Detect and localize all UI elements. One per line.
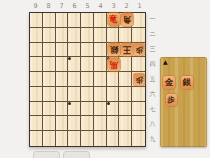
square-71[interactable] xyxy=(56,13,69,28)
square-82[interactable] xyxy=(43,28,56,43)
square-36[interactable] xyxy=(107,87,120,102)
square-41[interactable] xyxy=(94,13,107,28)
file-label-7: 7 xyxy=(55,2,68,11)
square-28[interactable] xyxy=(119,116,132,131)
square-22[interactable] xyxy=(119,28,132,43)
square-84[interactable] xyxy=(43,57,56,72)
piece-gote-34[interactable]: 馬 xyxy=(108,58,120,71)
square-64[interactable] xyxy=(68,57,81,72)
square-48[interactable] xyxy=(94,116,107,131)
square-78[interactable] xyxy=(56,116,69,131)
square-51[interactable] xyxy=(81,13,94,28)
square-89[interactable] xyxy=(43,131,56,146)
piece-sente-31[interactable]: 竜 xyxy=(108,13,120,26)
komadai-sente: ▲ 金銀歩 xyxy=(160,57,207,147)
piece-gote-21[interactable]: 角 xyxy=(121,13,133,26)
square-97[interactable] xyxy=(30,102,43,117)
square-79[interactable] xyxy=(56,131,69,146)
square-24[interactable] xyxy=(119,57,132,72)
square-42[interactable] xyxy=(94,28,107,43)
square-72[interactable] xyxy=(56,28,69,43)
square-43[interactable] xyxy=(94,43,107,58)
square-45[interactable] xyxy=(94,72,107,87)
square-77[interactable] xyxy=(56,102,69,117)
square-56[interactable] xyxy=(81,87,94,102)
star-point xyxy=(107,102,110,105)
file-label-9: 9 xyxy=(29,2,42,11)
bottom-tab-right[interactable] xyxy=(63,151,90,158)
square-69[interactable] xyxy=(68,131,81,146)
square-93[interactable] xyxy=(30,43,43,58)
square-49[interactable] xyxy=(94,131,107,146)
square-52[interactable] xyxy=(81,28,94,43)
square-92[interactable] xyxy=(30,28,43,43)
square-26[interactable] xyxy=(119,87,132,102)
square-25[interactable] xyxy=(119,72,132,87)
file-label-4: 4 xyxy=(94,2,107,11)
square-98[interactable] xyxy=(30,116,43,131)
piece-gote-13[interactable]: 歩 xyxy=(134,44,145,56)
square-16[interactable] xyxy=(132,87,145,102)
hand-piece-歩[interactable]: 歩 xyxy=(166,94,177,106)
square-65[interactable] xyxy=(68,72,81,87)
file-label-2: 2 xyxy=(120,2,133,11)
board-grid xyxy=(30,13,145,146)
square-47[interactable] xyxy=(94,102,107,117)
square-75[interactable] xyxy=(56,72,69,87)
square-85[interactable] xyxy=(43,72,56,87)
square-44[interactable] xyxy=(94,57,107,72)
shogi-board: 竜角銀王歩馬歩 xyxy=(29,12,146,147)
square-88[interactable] xyxy=(43,116,56,131)
file-label-3: 3 xyxy=(107,2,120,11)
square-99[interactable] xyxy=(30,131,43,146)
rank-label-6: 六 xyxy=(148,87,157,102)
square-94[interactable] xyxy=(30,57,43,72)
square-74[interactable] xyxy=(56,57,69,72)
square-86[interactable] xyxy=(43,87,56,102)
piece-gote-23[interactable]: 王 xyxy=(121,43,133,56)
rank-label-7: 七 xyxy=(148,102,157,117)
rank-label-5: 五 xyxy=(148,72,157,87)
square-61[interactable] xyxy=(68,13,81,28)
square-38[interactable] xyxy=(107,116,120,131)
square-63[interactable] xyxy=(68,43,81,58)
square-39[interactable] xyxy=(107,131,120,146)
square-73[interactable] xyxy=(56,43,69,58)
square-53[interactable] xyxy=(81,43,94,58)
square-18[interactable] xyxy=(132,116,145,131)
square-95[interactable] xyxy=(30,72,43,87)
rank-label-3: 三 xyxy=(148,42,157,57)
sente-marker-icon: ▲ xyxy=(163,58,168,65)
rank-label-1: 一 xyxy=(148,12,157,27)
square-58[interactable] xyxy=(81,116,94,131)
square-32[interactable] xyxy=(107,28,120,43)
bottom-tab-left[interactable] xyxy=(33,151,60,158)
square-29[interactable] xyxy=(119,131,132,146)
rank-label-4: 四 xyxy=(148,57,157,72)
square-87[interactable] xyxy=(43,102,56,117)
square-96[interactable] xyxy=(30,87,43,102)
square-91[interactable] xyxy=(30,13,43,28)
hand-piece-銀[interactable]: 銀 xyxy=(181,76,193,89)
square-76[interactable] xyxy=(56,87,69,102)
square-12[interactable] xyxy=(132,28,145,43)
file-label-8: 8 xyxy=(42,2,55,11)
square-57[interactable] xyxy=(81,102,94,117)
square-17[interactable] xyxy=(132,102,145,117)
square-14[interactable] xyxy=(132,57,145,72)
piece-gote-33[interactable]: 銀 xyxy=(108,43,120,56)
square-55[interactable] xyxy=(81,72,94,87)
rank-label-8: 八 xyxy=(148,117,157,132)
rank-label-9: 九 xyxy=(148,132,157,147)
file-coordinates: 987654321 xyxy=(29,2,146,11)
square-68[interactable] xyxy=(68,116,81,131)
square-62[interactable] xyxy=(68,28,81,43)
star-point xyxy=(68,102,71,105)
square-66[interactable] xyxy=(68,87,81,102)
file-label-1: 1 xyxy=(133,2,146,11)
square-11[interactable] xyxy=(132,13,145,28)
square-54[interactable] xyxy=(81,57,94,72)
square-46[interactable] xyxy=(94,87,107,102)
square-19[interactable] xyxy=(132,131,145,146)
rank-label-2: 二 xyxy=(148,27,157,42)
square-81[interactable] xyxy=(43,13,56,28)
hand-piece-金[interactable]: 金 xyxy=(163,76,175,89)
square-83[interactable] xyxy=(43,43,56,58)
rank-coordinates: 一二三四五六七八九 xyxy=(148,12,157,147)
square-59[interactable] xyxy=(81,131,94,146)
file-label-6: 6 xyxy=(68,2,81,11)
piece-gote-15[interactable]: 歩 xyxy=(134,74,145,86)
star-point xyxy=(68,57,71,60)
square-27[interactable] xyxy=(119,102,132,117)
square-35[interactable] xyxy=(107,72,120,87)
file-label-5: 5 xyxy=(81,2,94,11)
